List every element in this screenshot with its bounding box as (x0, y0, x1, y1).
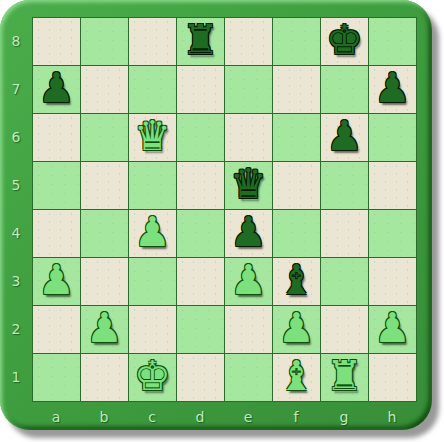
square-g3[interactable] (321, 258, 368, 305)
square-b4[interactable] (81, 210, 128, 257)
square-g8[interactable]: ♚ (321, 18, 368, 65)
rank-label-5: 5 (0, 161, 32, 209)
square-b1[interactable] (81, 354, 128, 401)
black-king[interactable]: ♚ (326, 20, 363, 61)
square-a3[interactable]: ♟ (33, 258, 80, 305)
square-b8[interactable] (81, 18, 128, 65)
square-f1[interactable]: ♝ (273, 354, 320, 401)
square-e4[interactable]: ♟ (225, 210, 272, 257)
white-bishop[interactable]: ♝ (278, 356, 315, 397)
white-king[interactable]: ♚ (134, 356, 171, 397)
file-label-g: g (320, 404, 368, 430)
square-f7[interactable] (273, 66, 320, 113)
square-e7[interactable] (225, 66, 272, 113)
square-h2[interactable]: ♟ (369, 306, 416, 353)
square-h8[interactable] (369, 18, 416, 65)
black-bishop[interactable]: ♝ (278, 260, 315, 301)
square-b3[interactable] (81, 258, 128, 305)
square-f6[interactable] (273, 114, 320, 161)
chess-board[interactable]: ♜♚♟♟♛♟♛♟♟♟♟♝♟♟♟♚♝♜ (32, 17, 417, 402)
square-c4[interactable]: ♟ (129, 210, 176, 257)
rank-label-2: 2 (0, 305, 32, 353)
square-f2[interactable]: ♟ (273, 306, 320, 353)
square-h3[interactable] (369, 258, 416, 305)
square-c8[interactable] (129, 18, 176, 65)
square-b6[interactable] (81, 114, 128, 161)
square-f8[interactable] (273, 18, 320, 65)
square-a4[interactable] (33, 210, 80, 257)
file-label-a: a (32, 404, 80, 430)
rank-label-6: 6 (0, 113, 32, 161)
file-labels: abcdefgh (32, 404, 419, 430)
square-g6[interactable]: ♟ (321, 114, 368, 161)
square-c7[interactable] (129, 66, 176, 113)
rank-label-4: 4 (0, 209, 32, 257)
file-label-h: h (368, 404, 416, 430)
square-c1[interactable]: ♚ (129, 354, 176, 401)
square-e6[interactable] (225, 114, 272, 161)
square-g4[interactable] (321, 210, 368, 257)
square-g1[interactable]: ♜ (321, 354, 368, 401)
square-d4[interactable] (177, 210, 224, 257)
file-label-b: b (80, 404, 128, 430)
file-label-f: f (272, 404, 320, 430)
rank-labels: 87654321 (0, 17, 32, 401)
square-g2[interactable] (321, 306, 368, 353)
square-e3[interactable]: ♟ (225, 258, 272, 305)
white-pawn[interactable]: ♟ (38, 260, 75, 301)
square-a8[interactable] (33, 18, 80, 65)
square-g7[interactable] (321, 66, 368, 113)
white-pawn[interactable]: ♟ (230, 260, 267, 301)
square-d8[interactable]: ♜ (177, 18, 224, 65)
white-rook[interactable]: ♜ (326, 356, 363, 397)
square-h1[interactable] (369, 354, 416, 401)
square-c5[interactable] (129, 162, 176, 209)
square-e1[interactable] (225, 354, 272, 401)
square-e8[interactable] (225, 18, 272, 65)
black-pawn[interactable]: ♟ (38, 68, 75, 109)
square-d7[interactable] (177, 66, 224, 113)
square-a5[interactable] (33, 162, 80, 209)
white-pawn[interactable]: ♟ (278, 308, 315, 349)
square-c3[interactable] (129, 258, 176, 305)
chess-app-window: ♜♚♟♟♛♟♛♟♟♟♟♝♟♟♟♚♝♜ 87654321 abcdefgh (0, 0, 444, 442)
square-f4[interactable] (273, 210, 320, 257)
white-pawn[interactable]: ♟ (134, 212, 171, 253)
square-d3[interactable] (177, 258, 224, 305)
square-e2[interactable] (225, 306, 272, 353)
square-h7[interactable]: ♟ (369, 66, 416, 113)
square-f3[interactable]: ♝ (273, 258, 320, 305)
black-rook[interactable]: ♜ (182, 20, 219, 61)
white-pawn[interactable]: ♟ (374, 308, 411, 349)
file-label-d: d (176, 404, 224, 430)
black-pawn[interactable]: ♟ (230, 212, 267, 253)
square-h4[interactable] (369, 210, 416, 257)
rank-label-1: 1 (0, 353, 32, 401)
square-h5[interactable] (369, 162, 416, 209)
file-label-e: e (224, 404, 272, 430)
black-pawn[interactable]: ♟ (374, 68, 411, 109)
square-a6[interactable] (33, 114, 80, 161)
file-label-c: c (128, 404, 176, 430)
square-d1[interactable] (177, 354, 224, 401)
square-a1[interactable] (33, 354, 80, 401)
white-pawn[interactable]: ♟ (86, 308, 123, 349)
square-h6[interactable] (369, 114, 416, 161)
rank-label-8: 8 (0, 17, 32, 65)
square-b7[interactable] (81, 66, 128, 113)
black-pawn[interactable]: ♟ (326, 116, 363, 157)
square-g5[interactable] (321, 162, 368, 209)
square-c6[interactable]: ♛ (129, 114, 176, 161)
square-b5[interactable] (81, 162, 128, 209)
square-c2[interactable] (129, 306, 176, 353)
square-f5[interactable] (273, 162, 320, 209)
square-b2[interactable]: ♟ (81, 306, 128, 353)
rank-label-7: 7 (0, 65, 32, 113)
white-queen[interactable]: ♛ (134, 116, 171, 157)
rank-label-3: 3 (0, 257, 32, 305)
square-a2[interactable] (33, 306, 80, 353)
square-e5[interactable]: ♛ (225, 162, 272, 209)
square-d5[interactable] (177, 162, 224, 209)
black-queen[interactable]: ♛ (230, 164, 267, 205)
square-d6[interactable] (177, 114, 224, 161)
square-d2[interactable] (177, 306, 224, 353)
square-a7[interactable]: ♟ (33, 66, 80, 113)
